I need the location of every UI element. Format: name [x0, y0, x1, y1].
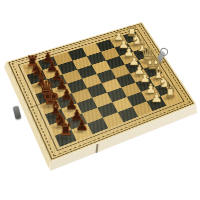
front-edge-joint-mark — [95, 144, 98, 153]
product-photo: ♜♞♝♛♚♝♞♜♟♟♟♟♟♟♟♟♟♟♟♟♟♟♟♟♜♞♝♛♚♝♞♜ — [0, 0, 200, 200]
chess-board — [6, 22, 196, 162]
hinge-pin — [13, 105, 22, 119]
